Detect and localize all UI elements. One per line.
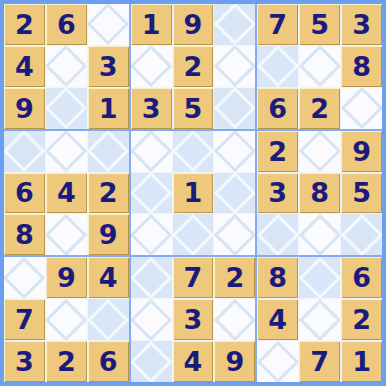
given-digit: 8 bbox=[310, 179, 329, 206]
cell-r6c9[interactable] bbox=[341, 214, 382, 255]
given-digit: 7 bbox=[310, 348, 329, 375]
diamond-watermark-icon bbox=[214, 46, 255, 87]
given-digit: 7 bbox=[184, 264, 203, 291]
cell-r8c3[interactable] bbox=[88, 299, 129, 340]
diamond-watermark-icon bbox=[131, 299, 172, 340]
cell-r5c4[interactable] bbox=[131, 173, 172, 214]
given-digit: 5 bbox=[352, 179, 371, 206]
given-digit: 6 bbox=[57, 11, 76, 38]
cell-r1c9: 3 bbox=[341, 4, 382, 45]
diamond-watermark-icon bbox=[46, 299, 87, 340]
cell-r1c2: 6 bbox=[46, 4, 87, 45]
diamond-watermark-icon bbox=[214, 173, 255, 214]
cell-r5c5: 1 bbox=[173, 173, 214, 214]
given-digit: 6 bbox=[15, 179, 34, 206]
cell-r1c5: 9 bbox=[173, 4, 214, 45]
box-6: 29385 bbox=[257, 131, 382, 256]
given-digit: 2 bbox=[310, 95, 329, 122]
given-digit: 7 bbox=[268, 11, 287, 38]
diamond-watermark-icon bbox=[131, 46, 172, 87]
cell-r3c8: 2 bbox=[299, 88, 340, 129]
given-digit: 8 bbox=[15, 221, 34, 248]
cell-r2c6[interactable] bbox=[214, 46, 255, 87]
diamond-watermark-icon bbox=[341, 88, 382, 129]
cell-r9c8: 7 bbox=[299, 341, 340, 382]
cell-r4c7: 2 bbox=[257, 131, 298, 172]
cell-r6c3: 9 bbox=[88, 214, 129, 255]
given-digit: 4 bbox=[57, 179, 76, 206]
given-digit: 8 bbox=[268, 264, 287, 291]
cell-r5c6[interactable] bbox=[214, 173, 255, 214]
cell-r2c1: 4 bbox=[4, 46, 45, 87]
box-7: 947326 bbox=[4, 257, 129, 382]
cell-r7c5: 7 bbox=[173, 257, 214, 298]
cell-r3c6[interactable] bbox=[214, 88, 255, 129]
given-digit: 3 bbox=[99, 53, 118, 80]
cell-r5c7: 3 bbox=[257, 173, 298, 214]
cell-r8c9: 2 bbox=[341, 299, 382, 340]
given-digit: 3 bbox=[184, 306, 203, 333]
cell-r6c4[interactable] bbox=[131, 214, 172, 255]
cell-r4c5[interactable] bbox=[173, 131, 214, 172]
cell-r3c7: 6 bbox=[257, 88, 298, 129]
cell-r9c4[interactable] bbox=[131, 341, 172, 382]
given-digit: 7 bbox=[15, 306, 34, 333]
cell-r6c2[interactable] bbox=[46, 214, 87, 255]
given-digit: 9 bbox=[225, 348, 244, 375]
given-digit: 4 bbox=[268, 306, 287, 333]
cell-r4c1[interactable] bbox=[4, 131, 45, 172]
given-digit: 9 bbox=[99, 221, 118, 248]
cell-r4c4[interactable] bbox=[131, 131, 172, 172]
cell-r9c7[interactable] bbox=[257, 341, 298, 382]
cell-r3c3: 1 bbox=[88, 88, 129, 129]
cell-r6c7[interactable] bbox=[257, 214, 298, 255]
cell-r3c9[interactable] bbox=[341, 88, 382, 129]
cell-r7c3: 4 bbox=[88, 257, 129, 298]
cell-r4c3[interactable] bbox=[88, 131, 129, 172]
box-8: 72349 bbox=[131, 257, 256, 382]
sudoku-board: 2643911923575386264289129385947326723498… bbox=[0, 0, 386, 386]
diamond-watermark-icon bbox=[214, 88, 255, 129]
cell-r6c1: 8 bbox=[4, 214, 45, 255]
diamond-watermark-icon bbox=[131, 341, 172, 382]
diamond-watermark-icon bbox=[214, 214, 255, 255]
diamond-watermark-icon bbox=[88, 299, 129, 340]
given-digit: 2 bbox=[268, 138, 287, 165]
diamond-watermark-icon bbox=[299, 214, 340, 255]
cell-r9c5: 4 bbox=[173, 341, 214, 382]
given-digit: 9 bbox=[184, 11, 203, 38]
diamond-watermark-icon bbox=[88, 131, 129, 172]
given-digit: 2 bbox=[57, 348, 76, 375]
given-digit: 2 bbox=[225, 264, 244, 291]
cell-r9c9: 1 bbox=[341, 341, 382, 382]
cell-r8c2[interactable] bbox=[46, 299, 87, 340]
cell-r2c4[interactable] bbox=[131, 46, 172, 87]
cell-r1c7: 7 bbox=[257, 4, 298, 45]
cell-r6c8[interactable] bbox=[299, 214, 340, 255]
cell-r6c5[interactable] bbox=[173, 214, 214, 255]
given-digit: 6 bbox=[268, 95, 287, 122]
cell-r5c2: 4 bbox=[46, 173, 87, 214]
box-5: 1 bbox=[131, 131, 256, 256]
diamond-watermark-icon bbox=[299, 299, 340, 340]
cell-r9c3: 6 bbox=[88, 341, 129, 382]
cell-r8c1: 7 bbox=[4, 299, 45, 340]
diamond-watermark-icon bbox=[4, 131, 45, 172]
cell-r9c2: 2 bbox=[46, 341, 87, 382]
diamond-watermark-icon bbox=[173, 131, 214, 172]
diamond-watermark-icon bbox=[257, 214, 298, 255]
cell-r9c6: 9 bbox=[214, 341, 255, 382]
given-digit: 1 bbox=[184, 179, 203, 206]
cell-r7c8[interactable] bbox=[299, 257, 340, 298]
cell-r2c5: 2 bbox=[173, 46, 214, 87]
cell-r5c3: 2 bbox=[88, 173, 129, 214]
given-digit: 2 bbox=[184, 53, 203, 80]
cell-r3c5: 5 bbox=[173, 88, 214, 129]
cell-r3c2[interactable] bbox=[46, 88, 87, 129]
diamond-watermark-icon bbox=[46, 88, 87, 129]
diamond-watermark-icon bbox=[131, 214, 172, 255]
given-digit: 8 bbox=[352, 53, 371, 80]
diamond-watermark-icon bbox=[131, 173, 172, 214]
cell-r9c1: 3 bbox=[4, 341, 45, 382]
given-digit: 5 bbox=[184, 95, 203, 122]
diamond-watermark-icon bbox=[299, 46, 340, 87]
given-digit: 4 bbox=[99, 264, 118, 291]
box-3: 753862 bbox=[257, 4, 382, 129]
diamond-watermark-icon bbox=[173, 214, 214, 255]
diamond-watermark-icon bbox=[4, 257, 45, 298]
cell-r2c3: 3 bbox=[88, 46, 129, 87]
given-digit: 3 bbox=[268, 179, 287, 206]
cell-r5c1: 6 bbox=[4, 173, 45, 214]
diamond-watermark-icon bbox=[299, 131, 340, 172]
given-digit: 6 bbox=[99, 348, 118, 375]
cell-r1c6[interactable] bbox=[214, 4, 255, 45]
given-digit: 2 bbox=[99, 179, 118, 206]
cell-r8c6[interactable] bbox=[214, 299, 255, 340]
diamond-watermark-icon bbox=[214, 131, 255, 172]
cell-r8c7: 4 bbox=[257, 299, 298, 340]
cell-r2c9: 8 bbox=[341, 46, 382, 87]
cell-r5c8: 8 bbox=[299, 173, 340, 214]
given-digit: 2 bbox=[352, 306, 371, 333]
cell-r8c5: 3 bbox=[173, 299, 214, 340]
cell-r2c2[interactable] bbox=[46, 46, 87, 87]
cell-r1c8: 5 bbox=[299, 4, 340, 45]
cell-r7c6: 2 bbox=[214, 257, 255, 298]
cell-r7c4[interactable] bbox=[131, 257, 172, 298]
given-digit: 9 bbox=[352, 138, 371, 165]
given-digit: 6 bbox=[352, 264, 371, 291]
given-digit: 1 bbox=[142, 11, 161, 38]
cell-r3c4: 3 bbox=[131, 88, 172, 129]
diamond-watermark-icon bbox=[46, 46, 87, 87]
cell-r2c8[interactable] bbox=[299, 46, 340, 87]
diamond-watermark-icon bbox=[46, 131, 87, 172]
cell-r1c3[interactable] bbox=[88, 4, 129, 45]
cell-r7c2: 9 bbox=[46, 257, 87, 298]
diamond-watermark-icon bbox=[131, 131, 172, 172]
cell-r4c8[interactable] bbox=[299, 131, 340, 172]
cell-r7c1[interactable] bbox=[4, 257, 45, 298]
diamond-watermark-icon bbox=[46, 214, 87, 255]
given-digit: 9 bbox=[15, 95, 34, 122]
diamond-watermark-icon bbox=[257, 341, 298, 382]
given-digit: 9 bbox=[57, 264, 76, 291]
given-digit: 3 bbox=[142, 95, 161, 122]
given-digit: 5 bbox=[310, 11, 329, 38]
cell-r3c1: 9 bbox=[4, 88, 45, 129]
box-4: 64289 bbox=[4, 131, 129, 256]
diamond-watermark-icon bbox=[131, 257, 172, 298]
given-digit: 2 bbox=[15, 11, 34, 38]
cell-r5c9: 5 bbox=[341, 173, 382, 214]
cell-r1c1: 2 bbox=[4, 4, 45, 45]
cell-r7c7: 8 bbox=[257, 257, 298, 298]
box-9: 864271 bbox=[257, 257, 382, 382]
diamond-watermark-icon bbox=[257, 46, 298, 87]
box-2: 19235 bbox=[131, 4, 256, 129]
diamond-watermark-icon bbox=[88, 4, 129, 45]
diamond-watermark-icon bbox=[299, 257, 340, 298]
diamond-watermark-icon bbox=[341, 214, 382, 255]
diamond-watermark-icon bbox=[214, 4, 255, 45]
cell-r8c8[interactable] bbox=[299, 299, 340, 340]
cell-r7c9: 6 bbox=[341, 257, 382, 298]
given-digit: 1 bbox=[99, 95, 118, 122]
box-1: 264391 bbox=[4, 4, 129, 129]
cell-r1c4: 1 bbox=[131, 4, 172, 45]
cell-r4c9: 9 bbox=[341, 131, 382, 172]
diamond-watermark-icon bbox=[214, 299, 255, 340]
given-digit: 4 bbox=[184, 348, 203, 375]
cell-r4c6[interactable] bbox=[214, 131, 255, 172]
cell-r2c7[interactable] bbox=[257, 46, 298, 87]
given-digit: 3 bbox=[352, 11, 371, 38]
cell-r4c2[interactable] bbox=[46, 131, 87, 172]
given-digit: 4 bbox=[15, 53, 34, 80]
cell-r8c4[interactable] bbox=[131, 299, 172, 340]
given-digit: 1 bbox=[352, 348, 371, 375]
cell-r6c6[interactable] bbox=[214, 214, 255, 255]
given-digit: 3 bbox=[15, 348, 34, 375]
